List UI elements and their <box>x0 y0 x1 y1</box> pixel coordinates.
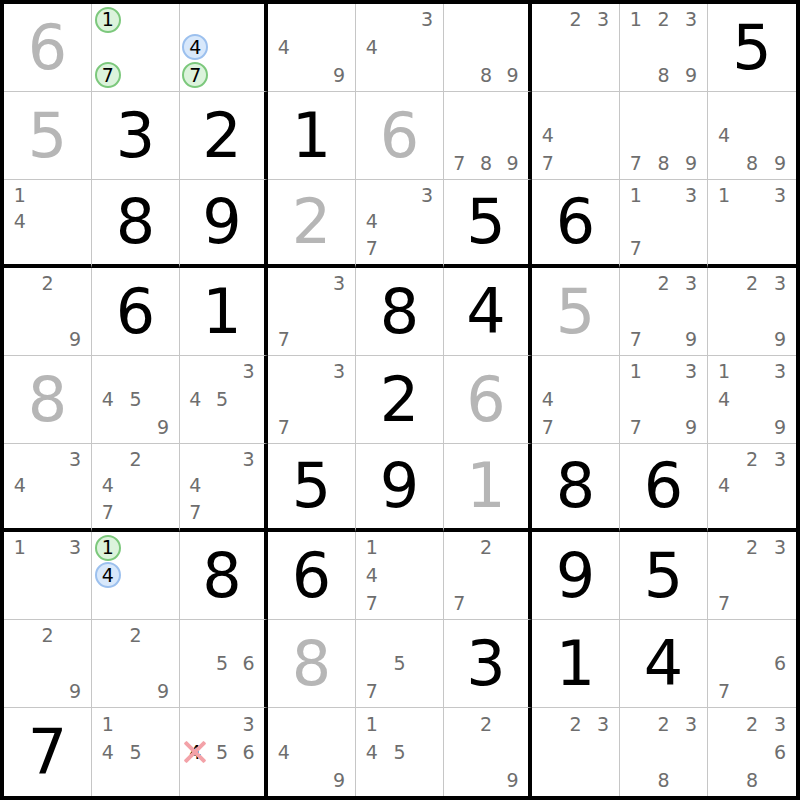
candidate-slot-2 <box>298 270 326 298</box>
candidate-3[interactable]: 3 <box>774 715 786 734</box>
candidate-2[interactable]: 2 <box>657 715 669 734</box>
candidate-slot-5 <box>386 209 414 236</box>
candidate-8[interactable]: 8 <box>657 66 669 85</box>
candidate-4[interactable]: 4 <box>14 476 26 495</box>
candidate-4[interactable]: 4 <box>278 743 290 762</box>
candidate-4[interactable]: 4 <box>189 390 201 409</box>
candidate-slot-1 <box>710 710 738 738</box>
candidate-slot-4: 4 <box>6 209 34 236</box>
candidate-4[interactable]: 4 <box>102 566 114 585</box>
cell-r7c1[interactable]: 13 <box>4 532 92 620</box>
candidate-2[interactable]: 2 <box>41 626 53 645</box>
candidate-slot-4 <box>622 738 650 766</box>
cell-r4c8[interactable]: 2379 <box>620 268 708 356</box>
cell-r3c3[interactable]: 9 <box>180 180 268 268</box>
cell-r7c9[interactable]: 237 <box>708 532 796 620</box>
candidate-3[interactable]: 3 <box>243 715 255 734</box>
candidate-5[interactable]: 5 <box>393 743 405 762</box>
candidate-slot-6 <box>325 738 353 766</box>
cell-r9c6[interactable]: 29 <box>444 708 532 796</box>
cell-r8c9[interactable]: 67 <box>708 620 796 708</box>
candidate-slot-7 <box>446 61 473 89</box>
candidate-6[interactable]: 6 <box>243 743 255 762</box>
candidate-5[interactable]: 5 <box>393 654 405 673</box>
candidate-grid: 47 <box>534 94 617 177</box>
cell-r4c3[interactable]: 1 <box>180 268 268 356</box>
candidate-5[interactable]: 5 <box>129 390 141 409</box>
sudoku-board: 6174749348923123895532167894778948914892… <box>0 0 800 800</box>
candidate-3[interactable]: 3 <box>774 362 786 381</box>
cell-r8c6[interactable]: 3 <box>444 620 532 708</box>
cell-r2c8[interactable]: 789 <box>620 92 708 180</box>
cell-r9c3[interactable]: 3456 <box>180 708 268 796</box>
candidate-slot-5 <box>34 650 62 678</box>
candidate-slot-3: 3 <box>766 358 794 386</box>
candidate-3[interactable]: 3 <box>685 274 697 293</box>
placed-digit: 4 <box>444 268 528 355</box>
candidate-4[interactable]: 4 <box>189 476 201 495</box>
candidate-2[interactable]: 2 <box>480 538 492 557</box>
placed-digit: 6 <box>92 268 179 355</box>
candidate-9[interactable]: 9 <box>333 66 345 85</box>
candidate-5[interactable]: 5 <box>216 390 228 409</box>
cell-r1c7[interactable]: 23 <box>532 4 620 92</box>
cell-r3c5[interactable]: 347 <box>356 180 444 268</box>
candidate-4[interactable]: 4 <box>718 126 730 145</box>
candidate-7[interactable]: 7 <box>102 503 114 522</box>
candidate-slot-1: 1 <box>358 534 386 562</box>
candidate-grid: 237 <box>710 534 794 617</box>
candidate-1[interactable]: 1 <box>14 186 26 205</box>
cell-r2c4[interactable]: 1 <box>268 92 356 180</box>
cell-r7c5[interactable]: 147 <box>356 532 444 620</box>
cell-r1c4[interactable]: 49 <box>268 4 356 92</box>
cell-r2c7[interactable]: 47 <box>532 92 620 180</box>
candidate-slot-7: 7 <box>446 149 473 177</box>
cell-r2c2[interactable]: 3 <box>92 92 180 180</box>
cell-r4c1[interactable]: 29 <box>4 268 92 356</box>
candidate-slot-6 <box>766 298 794 326</box>
candidate-3[interactable]: 3 <box>774 274 786 293</box>
cell-r4c9[interactable]: 239 <box>708 268 796 356</box>
candidate-3[interactable]: 3 <box>243 450 255 469</box>
candidate-4[interactable]: 4 <box>102 476 114 495</box>
candidate-slot-1 <box>358 6 386 34</box>
candidate-4[interactable]: 4 <box>189 38 201 57</box>
cell-r9c7[interactable]: 23 <box>532 708 620 796</box>
candidate-3[interactable]: 3 <box>597 715 609 734</box>
cell-r7c6[interactable]: 27 <box>444 532 532 620</box>
candidate-slot-2: 2 <box>562 6 590 34</box>
candidate-9[interactable]: 9 <box>333 771 345 790</box>
cell-r7c3[interactable]: 8 <box>180 532 268 620</box>
candidate-3[interactable]: 3 <box>685 186 697 205</box>
cell-r1c3[interactable]: 47 <box>180 4 268 92</box>
cell-r2c6[interactable]: 789 <box>444 92 532 180</box>
candidate-2[interactable]: 2 <box>569 715 581 734</box>
candidate-4[interactable]: 4 <box>14 212 26 231</box>
placed-digit: 9 <box>532 532 619 619</box>
candidate-9[interactable]: 9 <box>507 771 519 790</box>
cell-r2c5[interactable]: 6 <box>356 92 444 180</box>
candidate-slot-5 <box>473 738 500 766</box>
candidate-9[interactable]: 9 <box>774 154 786 173</box>
cell-r6c5[interactable]: 9 <box>356 444 444 532</box>
candidate-3[interactable]: 3 <box>333 362 345 381</box>
cell-r3c8[interactable]: 137 <box>620 180 708 268</box>
cell-r4c5[interactable]: 8 <box>356 268 444 356</box>
candidate-slot-3 <box>766 622 794 650</box>
candidate-slot-8: 8 <box>738 766 766 794</box>
candidate-slot-1 <box>358 622 386 650</box>
candidate-2[interactable]: 2 <box>41 274 53 293</box>
cell-r3c6[interactable]: 5 <box>444 180 532 268</box>
candidate-slot-5 <box>738 473 766 500</box>
candidate-8[interactable]: 8 <box>480 154 492 173</box>
candidate-7[interactable]: 7 <box>366 239 378 258</box>
candidate-9[interactable]: 9 <box>507 154 519 173</box>
placed-digit: 8 <box>92 180 179 264</box>
candidate-slot-9: 9 <box>677 61 705 89</box>
candidate-slot-9 <box>235 413 262 441</box>
cell-r5c1[interactable]: 8 <box>4 356 92 444</box>
cell-r8c7[interactable]: 1 <box>532 620 620 708</box>
candidate-3[interactable]: 3 <box>774 538 786 557</box>
candidate-slot-1 <box>182 6 209 34</box>
candidate-4[interactable]: 4 <box>718 476 730 495</box>
candidate-7[interactable]: 7 <box>542 418 554 437</box>
candidate-2[interactable]: 2 <box>746 450 758 469</box>
candidate-6[interactable]: 6 <box>243 654 255 673</box>
candidate-3[interactable]: 3 <box>774 450 786 469</box>
candidate-slot-4 <box>710 738 738 766</box>
candidate-7[interactable]: 7 <box>366 594 378 613</box>
candidate-4[interactable]: 4 <box>366 212 378 231</box>
candidate-slot-2 <box>298 6 326 34</box>
candidate-7[interactable]: 7 <box>278 418 290 437</box>
candidate-2[interactable]: 2 <box>480 715 492 734</box>
candidate-7[interactable]: 7 <box>102 66 114 85</box>
cell-r1c6[interactable]: 89 <box>444 4 532 92</box>
cell-r5c9[interactable]: 1349 <box>708 356 796 444</box>
candidate-1[interactable]: 1 <box>718 362 730 381</box>
candidate-slot-2 <box>386 622 414 650</box>
candidate-slot-7 <box>6 235 34 262</box>
candidate-3[interactable]: 3 <box>774 186 786 205</box>
candidate-slot-8 <box>562 149 590 177</box>
candidate-slot-6 <box>413 650 441 678</box>
candidate-8[interactable]: 8 <box>746 771 758 790</box>
candidate-3[interactable]: 3 <box>69 538 81 557</box>
placed-digit: 5 <box>532 268 619 355</box>
candidate-grid: 137 <box>622 182 705 262</box>
candidate-3[interactable]: 3 <box>597 10 609 29</box>
candidate-2[interactable]: 2 <box>746 274 758 293</box>
candidate-1[interactable]: 1 <box>14 538 26 557</box>
candidate-slot-8 <box>209 766 236 794</box>
candidate-slot-3: 3 <box>677 710 705 738</box>
candidate-slot-8: 8 <box>650 149 678 177</box>
candidate-8[interactable]: 8 <box>480 66 492 85</box>
cell-r4c7[interactable]: 5 <box>532 268 620 356</box>
candidate-slot-5 <box>386 34 414 62</box>
candidate-slot-1 <box>710 622 738 650</box>
candidate-7[interactable]: 7 <box>630 418 642 437</box>
candidate-3[interactable]: 3 <box>421 10 433 29</box>
candidate-1[interactable]: 1 <box>366 538 378 557</box>
candidate-slot-9 <box>235 61 262 89</box>
candidate-4[interactable]: 4 <box>542 390 554 409</box>
candidate-1[interactable]: 1 <box>366 715 378 734</box>
candidate-2[interactable]: 2 <box>129 626 141 645</box>
candidate-3[interactable]: 3 <box>333 274 345 293</box>
candidate-4[interactable]: 4 <box>542 126 554 145</box>
candidate-slot-3 <box>149 534 177 562</box>
candidate-7[interactable]: 7 <box>453 594 465 613</box>
candidate-4[interactable]: 4 <box>366 566 378 585</box>
candidate-slot-5 <box>298 386 326 414</box>
cell-r4c6[interactable]: 4 <box>444 268 532 356</box>
cell-r7c8[interactable]: 5 <box>620 532 708 620</box>
candidate-slot-5 <box>473 562 500 590</box>
candidate-9[interactable]: 9 <box>507 66 519 85</box>
candidate-9[interactable]: 9 <box>685 154 697 173</box>
candidate-slot-3: 3 <box>766 182 794 209</box>
candidate-9[interactable]: 9 <box>685 330 697 349</box>
candidate-7[interactable]: 7 <box>718 682 730 701</box>
placed-digit: 1 <box>268 92 355 179</box>
candidate-slot-1 <box>446 94 473 122</box>
candidate-4[interactable]: 4 <box>102 743 114 762</box>
cell-r6c1[interactable]: 34 <box>4 444 92 532</box>
candidate-2[interactable]: 2 <box>657 10 669 29</box>
candidate-slot-4 <box>534 738 562 766</box>
candidate-9[interactable]: 9 <box>774 418 786 437</box>
candidate-7[interactable]: 7 <box>278 330 290 349</box>
cell-r6c4[interactable]: 5 <box>268 444 356 532</box>
candidate-7[interactable]: 7 <box>366 682 378 701</box>
cell-r5c3[interactable]: 345 <box>180 356 268 444</box>
candidate-slot-2: 2 <box>650 710 678 738</box>
cell-r1c2[interactable]: 17 <box>92 4 180 92</box>
candidate-slot-9 <box>149 61 177 89</box>
candidate-slot-6 <box>677 122 705 150</box>
candidate-7[interactable]: 7 <box>630 330 642 349</box>
candidate-3[interactable]: 3 <box>685 10 697 29</box>
candidate-slot-4 <box>270 298 298 326</box>
candidate-grid: 29 <box>6 270 89 353</box>
cell-r9c9[interactable]: 2368 <box>708 708 796 796</box>
candidate-grid: 2379 <box>622 270 705 353</box>
candidate-3[interactable]: 3 <box>421 186 433 205</box>
cell-r7c7[interactable]: 9 <box>532 532 620 620</box>
candidate-slot-4 <box>534 34 562 62</box>
candidate-slot-1 <box>270 710 298 738</box>
candidate-5[interactable]: 5 <box>129 743 141 762</box>
candidate-2[interactable]: 2 <box>129 450 141 469</box>
candidate-slot-4 <box>446 34 473 62</box>
cell-r6c8[interactable]: 6 <box>620 444 708 532</box>
candidate-slot-6 <box>766 209 794 236</box>
cell-r1c8[interactable]: 12389 <box>620 4 708 92</box>
candidate-5[interactable]: 5 <box>216 654 228 673</box>
candidate-slot-7: 7 <box>358 235 386 262</box>
candidate-9[interactable]: 9 <box>774 330 786 349</box>
candidate-8[interactable]: 8 <box>657 154 669 173</box>
cell-r8c1[interactable]: 29 <box>4 620 92 708</box>
candidate-7[interactable]: 7 <box>718 594 730 613</box>
candidate-slot-2 <box>738 94 766 122</box>
cell-r2c9[interactable]: 489 <box>708 92 796 180</box>
cell-r3c7[interactable]: 6 <box>532 180 620 268</box>
candidate-slot-1 <box>270 270 298 298</box>
candidate-slot-6 <box>61 473 89 500</box>
candidate-1[interactable]: 1 <box>630 186 642 205</box>
candidate-4[interactable]: 4 <box>278 38 290 57</box>
cell-r3c2[interactable]: 8 <box>92 180 180 268</box>
candidate-slot-5 <box>738 298 766 326</box>
candidate-7[interactable]: 7 <box>630 239 642 258</box>
candidate-slot-4: 4 <box>94 473 122 500</box>
cell-r8c3[interactable]: 56 <box>180 620 268 708</box>
placed-digit: 9 <box>180 180 264 264</box>
cell-r6c9[interactable]: 234 <box>708 444 796 532</box>
candidate-2[interactable]: 2 <box>746 538 758 557</box>
candidate-grid: 47 <box>534 358 617 441</box>
candidate-3[interactable]: 3 <box>69 450 81 469</box>
cell-r5c5[interactable]: 2 <box>356 356 444 444</box>
candidate-slot-2 <box>386 710 414 738</box>
candidate-slot-4 <box>710 298 738 326</box>
candidate-slot-7 <box>270 61 298 89</box>
candidate-7[interactable]: 7 <box>542 154 554 173</box>
cell-r1c9[interactable]: 5 <box>708 4 796 92</box>
candidate-slot-3: 3 <box>413 6 441 34</box>
candidate-slot-3 <box>325 6 353 34</box>
candidate-7[interactable]: 7 <box>189 503 201 522</box>
cell-r5c4[interactable]: 37 <box>268 356 356 444</box>
cell-r8c4[interactable]: 8 <box>268 620 356 708</box>
cell-r3c9[interactable]: 13 <box>708 180 796 268</box>
candidate-3[interactable]: 3 <box>685 715 697 734</box>
candidate-slot-5 <box>562 738 590 766</box>
cell-r7c4[interactable]: 6 <box>268 532 356 620</box>
candidate-slot-2 <box>34 446 62 473</box>
cell-r3c4[interactable]: 2 <box>268 180 356 268</box>
candidate-slot-7: 7 <box>710 589 738 617</box>
cell-r2c3[interactable]: 2 <box>180 92 268 180</box>
cell-r6c2[interactable]: 247 <box>92 444 180 532</box>
candidate-6[interactable]: 6 <box>774 654 786 673</box>
candidate-slot-6 <box>499 562 526 590</box>
cell-r5c7[interactable]: 47 <box>532 356 620 444</box>
cell-r8c8[interactable]: 4 <box>620 620 708 708</box>
candidate-9[interactable]: 9 <box>157 418 169 437</box>
candidate-1[interactable]: 1 <box>102 10 114 29</box>
candidate-1[interactable]: 1 <box>102 715 114 734</box>
candidate-9[interactable]: 9 <box>69 682 81 701</box>
candidate-slot-2 <box>650 182 678 209</box>
candidate-6[interactable]: 6 <box>774 743 786 762</box>
candidate-2[interactable]: 2 <box>746 715 758 734</box>
cell-r6c7[interactable]: 8 <box>532 444 620 532</box>
candidate-8[interactable]: 8 <box>746 154 758 173</box>
cell-r4c2[interactable]: 6 <box>92 268 180 356</box>
cell-r6c6[interactable]: 1 <box>444 444 532 532</box>
cell-r5c2[interactable]: 459 <box>92 356 180 444</box>
candidate-9[interactable]: 9 <box>69 330 81 349</box>
candidate-slot-4: 4 <box>94 562 122 590</box>
candidate-slot-6 <box>499 34 526 62</box>
candidate-slot-3: 3 <box>589 6 617 34</box>
candidate-slot-8 <box>298 325 326 353</box>
candidate-4[interactable]: 4 <box>366 743 378 762</box>
cell-r6c3[interactable]: 347 <box>180 444 268 532</box>
candidate-2[interactable]: 2 <box>569 10 581 29</box>
candidate-grid: 459 <box>94 358 177 441</box>
candidate-slot-3: 3 <box>766 446 794 473</box>
candidate-5[interactable]: 5 <box>216 743 228 762</box>
candidate-3[interactable]: 3 <box>243 362 255 381</box>
candidate-8[interactable]: 8 <box>657 771 669 790</box>
candidate-4[interactable]: 4 <box>102 390 114 409</box>
candidate-slot-3: 3 <box>766 710 794 738</box>
candidate-slot-3: 3 <box>235 446 262 473</box>
candidate-slot-2: 2 <box>473 534 500 562</box>
cell-r7c2[interactable]: 14 <box>92 532 180 620</box>
cell-r9c2[interactable]: 145 <box>92 708 180 796</box>
cell-r1c5[interactable]: 34 <box>356 4 444 92</box>
candidate-slot-7 <box>6 677 34 705</box>
candidate-2[interactable]: 2 <box>657 274 669 293</box>
cell-r5c6[interactable]: 6 <box>444 356 532 444</box>
cell-r3c1[interactable]: 14 <box>4 180 92 268</box>
cell-r9c4[interactable]: 49 <box>268 708 356 796</box>
candidate-3[interactable]: 3 <box>685 362 697 381</box>
candidate-slot-9: 9 <box>325 61 353 89</box>
candidate-4[interactable]: 4 <box>189 743 201 762</box>
candidate-slot-4 <box>94 650 122 678</box>
candidate-7[interactable]: 7 <box>630 154 642 173</box>
candidate-4[interactable]: 4 <box>366 38 378 57</box>
cell-r8c5[interactable]: 57 <box>356 620 444 708</box>
cell-r4c4[interactable]: 37 <box>268 268 356 356</box>
candidate-grid: 17 <box>94 6 177 89</box>
candidate-slot-2 <box>209 358 236 386</box>
candidate-7[interactable]: 7 <box>453 154 465 173</box>
candidate-1[interactable]: 1 <box>102 538 114 557</box>
candidate-1[interactable]: 1 <box>718 186 730 205</box>
cell-r1c1[interactable]: 6 <box>4 4 92 92</box>
candidate-4[interactable]: 4 <box>718 390 730 409</box>
cell-r9c5[interactable]: 145 <box>356 708 444 796</box>
cell-r8c2[interactable]: 29 <box>92 620 180 708</box>
candidate-1[interactable]: 1 <box>630 10 642 29</box>
candidate-1[interactable]: 1 <box>630 362 642 381</box>
candidate-9[interactable]: 9 <box>157 682 169 701</box>
candidate-9[interactable]: 9 <box>685 418 697 437</box>
cell-r9c1[interactable]: 7 <box>4 708 92 796</box>
candidate-slot-7 <box>710 413 738 441</box>
cell-r9c8[interactable]: 238 <box>620 708 708 796</box>
cell-r5c8[interactable]: 1379 <box>620 356 708 444</box>
candidate-7[interactable]: 7 <box>189 66 201 85</box>
candidate-slot-9 <box>235 499 262 526</box>
candidate-9[interactable]: 9 <box>685 66 697 85</box>
cell-r2c1[interactable]: 5 <box>4 92 92 180</box>
candidate-slot-5: 5 <box>122 738 150 766</box>
candidate-slot-8: 8 <box>473 149 500 177</box>
